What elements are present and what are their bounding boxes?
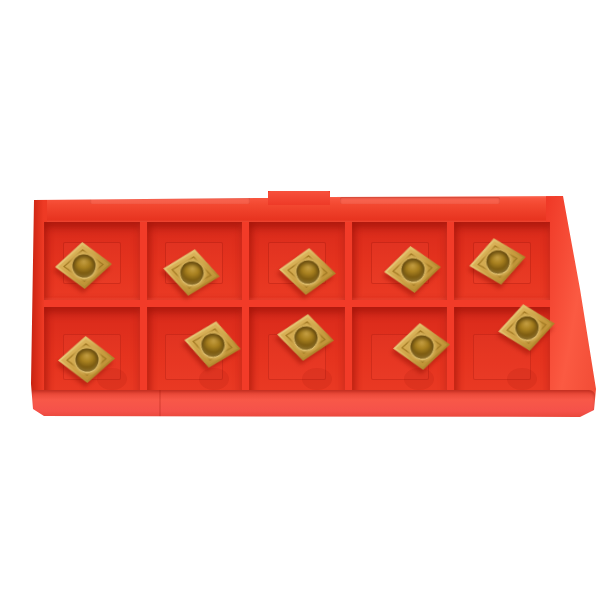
- carbide-insert: [57, 335, 116, 384]
- carbide-insert: [466, 234, 530, 289]
- product-photo: [0, 0, 600, 600]
- carbide-insert: [495, 300, 558, 354]
- carbide-insert: [391, 321, 451, 372]
- box-front-face: [31, 390, 595, 418]
- rim-notch: [340, 197, 500, 204]
- rim-notch: [90, 197, 250, 204]
- carbide-insert: [54, 241, 113, 291]
- carbide-insert: [181, 317, 245, 372]
- box-right-wall: [546, 196, 598, 412]
- insert-box: [28, 184, 600, 422]
- carbide-insert: [160, 245, 223, 299]
- inserts-layer: [44, 222, 550, 390]
- carbide-insert: [382, 244, 443, 296]
- carbide-insert: [275, 311, 337, 364]
- box-hinge-tab: [268, 191, 330, 205]
- carbide-insert: [277, 246, 337, 297]
